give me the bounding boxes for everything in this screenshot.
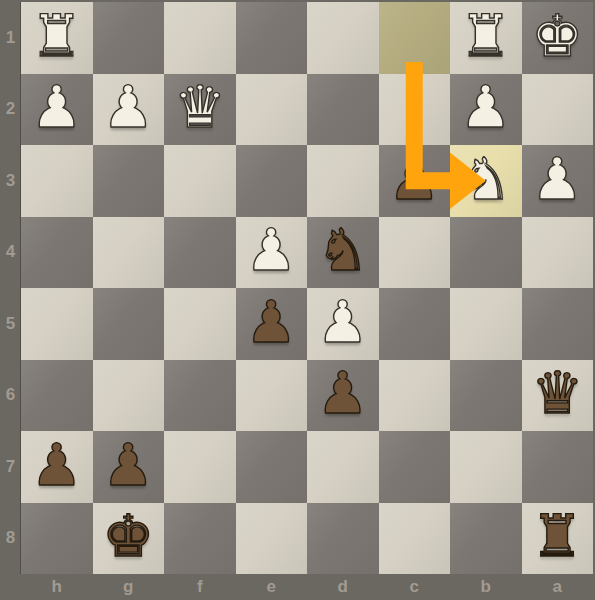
white-pawn-d5[interactable]: ♟ [317,293,369,351]
square-b3-move-to[interactable]: ♞ [450,145,522,217]
square-g2[interactable]: ♟ [93,74,165,146]
file-labels: hgfedcba [21,574,593,600]
white-pawn-g2[interactable]: ♟ [102,78,154,136]
square-g5[interactable] [93,288,165,360]
square-a1[interactable]: ♚ [522,2,594,74]
square-e3[interactable] [236,145,308,217]
square-d2[interactable] [307,74,379,146]
rank-label-6: 6 [0,360,21,432]
white-pawn-a3[interactable]: ♟ [531,150,583,208]
rank-label-4: 4 [0,217,21,289]
square-a5[interactable] [522,288,594,360]
square-e1[interactable] [236,2,308,74]
square-d1[interactable] [307,2,379,74]
black-rook-a8[interactable]: ♜ [531,507,583,565]
rank-label-2: 2 [0,74,21,146]
square-c8[interactable] [379,503,451,575]
square-c3[interactable]: ♟ [379,145,451,217]
square-h4[interactable] [21,217,93,289]
black-king-g8[interactable]: ♚ [102,507,154,565]
square-e7[interactable] [236,431,308,503]
file-label-e: e [236,574,308,600]
black-queen-a6[interactable]: ♛ [531,364,583,422]
square-c1-move-from[interactable] [379,2,451,74]
square-h6[interactable] [21,360,93,432]
square-b6[interactable] [450,360,522,432]
square-h3[interactable] [21,145,93,217]
square-a2[interactable] [522,74,594,146]
square-a8[interactable]: ♜ [522,503,594,575]
rank-label-8: 8 [0,503,21,575]
square-b8[interactable] [450,503,522,575]
file-label-g: g [93,574,165,600]
square-b5[interactable] [450,288,522,360]
square-f3[interactable] [164,145,236,217]
square-f8[interactable] [164,503,236,575]
square-b7[interactable] [450,431,522,503]
white-pawn-h2[interactable]: ♟ [31,78,83,136]
square-h5[interactable] [21,288,93,360]
square-a7[interactable] [522,431,594,503]
square-h2[interactable]: ♟ [21,74,93,146]
black-pawn-e5[interactable]: ♟ [245,293,297,351]
square-d8[interactable] [307,503,379,575]
square-c4[interactable] [379,217,451,289]
square-e8[interactable] [236,503,308,575]
square-c7[interactable] [379,431,451,503]
square-e5[interactable]: ♟ [236,288,308,360]
file-label-f: f [164,574,236,600]
square-f1[interactable] [164,2,236,74]
square-d4[interactable]: ♞ [307,217,379,289]
black-knight-d4[interactable]: ♞ [317,221,369,279]
rank-label-5: 5 [0,288,21,360]
square-h1[interactable]: ♜ [21,2,93,74]
rank-label-7: 7 [0,431,21,503]
square-d3[interactable] [307,145,379,217]
square-f2[interactable]: ♛ [164,74,236,146]
chess-app-screen: 12345678 ♜♜♚♟♟♛♟♟♞♟♟♞♟♟♟♛♟♟♚♜ hgfedcba [0,0,595,600]
square-g6[interactable] [93,360,165,432]
square-g4[interactable] [93,217,165,289]
board: ♜♜♚♟♟♛♟♟♞♟♟♞♟♟♟♛♟♟♚♜ [21,2,593,574]
square-h8[interactable] [21,503,93,575]
square-b1[interactable]: ♜ [450,2,522,74]
file-label-d: d [307,574,379,600]
square-b2[interactable]: ♟ [450,74,522,146]
square-f7[interactable] [164,431,236,503]
square-c2[interactable] [379,74,451,146]
square-e6[interactable] [236,360,308,432]
square-f5[interactable] [164,288,236,360]
square-a4[interactable] [522,217,594,289]
square-g3[interactable] [93,145,165,217]
square-g7[interactable]: ♟ [93,431,165,503]
black-pawn-c3[interactable]: ♟ [388,150,440,208]
file-label-c: c [379,574,451,600]
white-pawn-b2[interactable]: ♟ [460,78,512,136]
square-h7[interactable]: ♟ [21,431,93,503]
white-queen-f2[interactable]: ♛ [174,78,226,136]
white-king-a1[interactable]: ♚ [531,7,583,65]
black-pawn-d6[interactable]: ♟ [317,364,369,422]
file-label-a: a [522,574,594,600]
rank-label-1: 1 [0,2,21,74]
square-b4[interactable] [450,217,522,289]
square-d5[interactable]: ♟ [307,288,379,360]
square-a6[interactable]: ♛ [522,360,594,432]
black-pawn-h7[interactable]: ♟ [31,436,83,494]
file-label-b: b [450,574,522,600]
square-c6[interactable] [379,360,451,432]
rank-label-3: 3 [0,145,21,217]
square-f4[interactable] [164,217,236,289]
file-label-h: h [21,574,93,600]
square-a3[interactable]: ♟ [522,145,594,217]
square-g8[interactable]: ♚ [93,503,165,575]
white-knight-b3[interactable]: ♞ [460,150,512,208]
rank-labels: 12345678 [0,2,21,574]
square-f6[interactable] [164,360,236,432]
square-d7[interactable] [307,431,379,503]
square-c5[interactable] [379,288,451,360]
square-e2[interactable] [236,74,308,146]
square-d6[interactable]: ♟ [307,360,379,432]
white-rook-b1[interactable]: ♜ [460,7,512,65]
white-pawn-e4[interactable]: ♟ [245,221,297,279]
square-e4[interactable]: ♟ [236,217,308,289]
black-pawn-g7[interactable]: ♟ [102,436,154,494]
white-rook-h1[interactable]: ♜ [31,7,83,65]
square-g1[interactable] [93,2,165,74]
